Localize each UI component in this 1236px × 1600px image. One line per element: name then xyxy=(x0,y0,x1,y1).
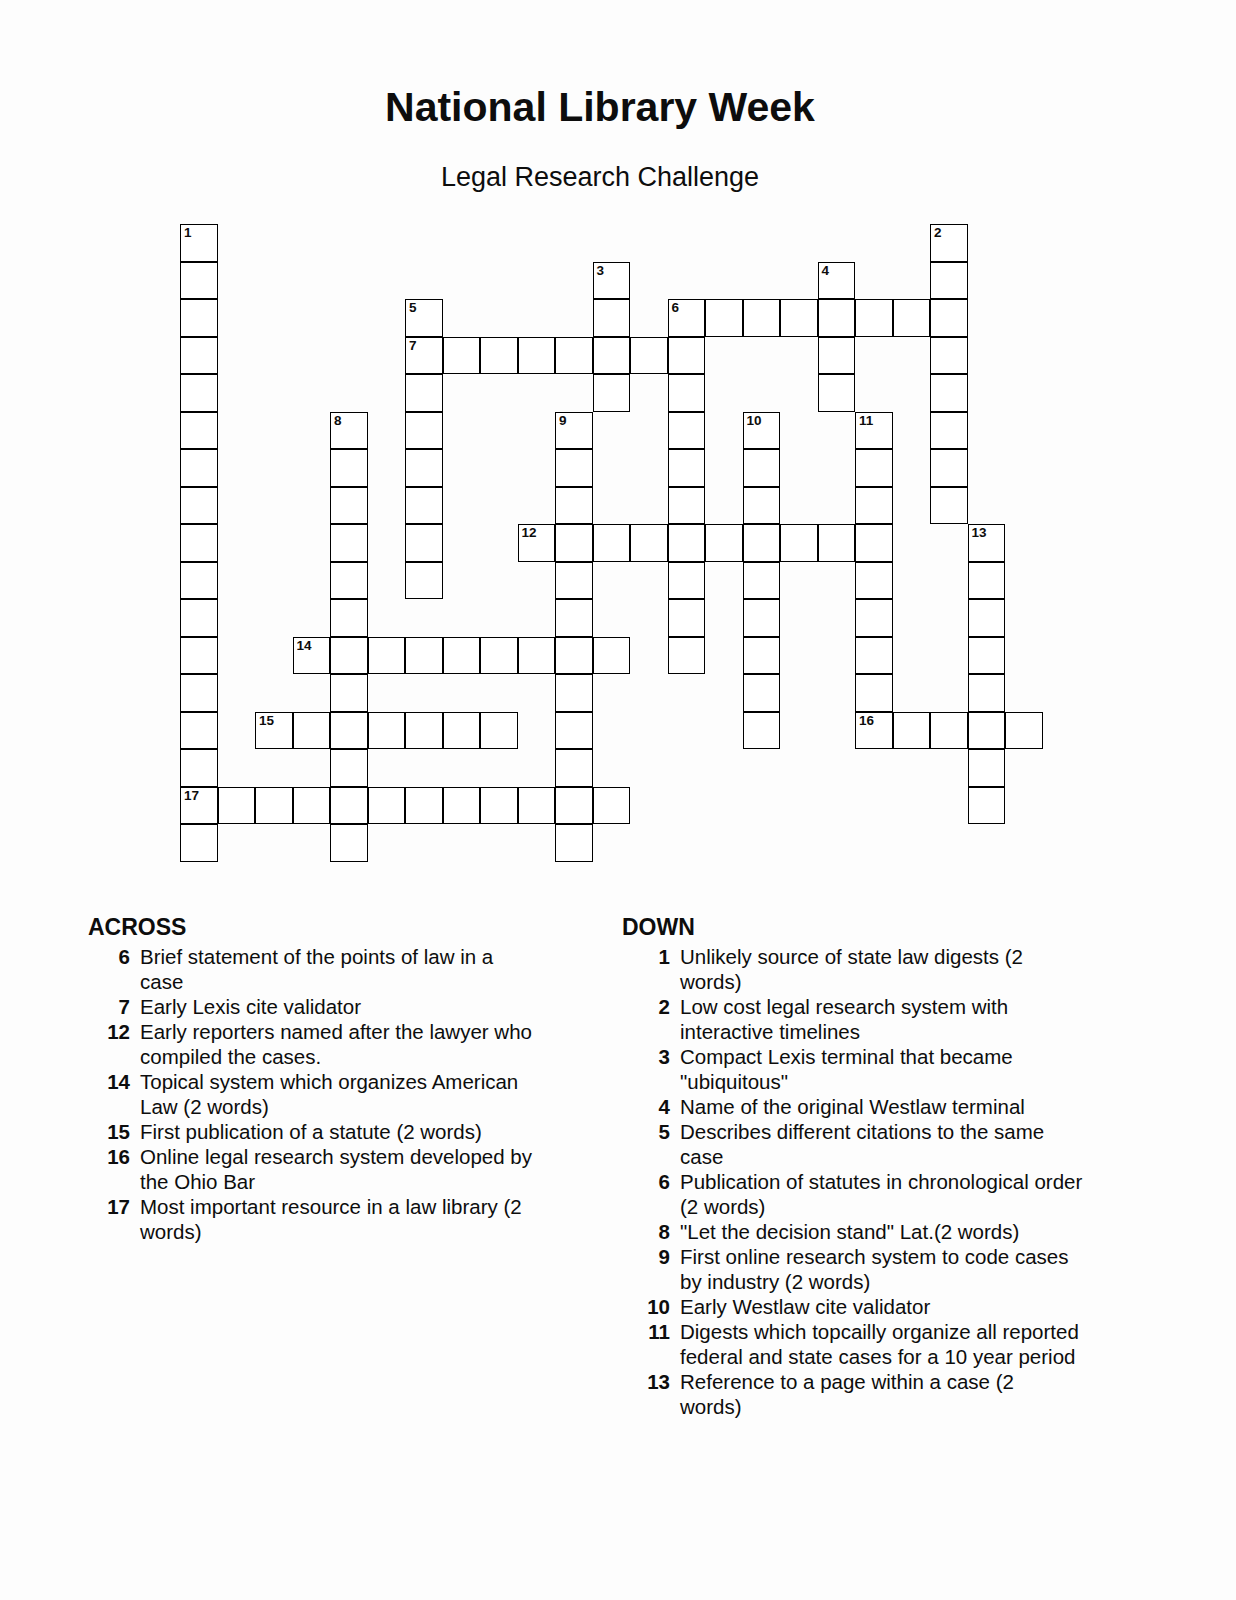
cell-number-5: 5 xyxy=(409,301,417,316)
down-clue-number-2: 2 xyxy=(622,994,670,1044)
grid-cell-r5c18[interactable]: 11 xyxy=(855,412,893,450)
cell-number-10: 10 xyxy=(747,414,762,429)
grid-cell-r15c7[interactable] xyxy=(443,787,481,825)
across-clue-16: 16Online legal research system developed… xyxy=(88,1144,608,1194)
down-clue-number-3: 3 xyxy=(622,1044,670,1094)
grid-cell-r8c16[interactable] xyxy=(780,524,818,562)
down-clue-text-9: First online research system to code cas… xyxy=(670,1244,1069,1294)
grid-cell-r10c10[interactable] xyxy=(555,599,593,637)
grid-cell-r4c0[interactable] xyxy=(180,374,218,412)
down-clue-text-1: Unlikely source of state law digests (2 … xyxy=(670,944,1023,994)
grid-cell-r11c4[interactable] xyxy=(330,637,368,675)
grid-cell-r5c10[interactable]: 9 xyxy=(555,412,593,450)
across-clue-text-15: First publication of a statute (2 words) xyxy=(130,1119,482,1144)
grid-cell-r13c4[interactable] xyxy=(330,712,368,750)
down-clue-9: 9First online research system to code ca… xyxy=(622,1244,1182,1294)
cell-number-16: 16 xyxy=(859,714,874,729)
down-clue-11: 11Digests which topcailly organize all r… xyxy=(622,1319,1182,1369)
cell-number-2: 2 xyxy=(934,226,942,241)
grid-cell-r2c11[interactable] xyxy=(593,299,631,337)
across-clue-number-12: 12 xyxy=(88,1019,130,1069)
grid-cell-r11c7[interactable] xyxy=(443,637,481,675)
grid-cell-r13c10[interactable] xyxy=(555,712,593,750)
grid-cell-r5c15[interactable]: 10 xyxy=(743,412,781,450)
grid-cell-r15c8[interactable] xyxy=(480,787,518,825)
grid-cell-r15c1[interactable] xyxy=(218,787,256,825)
grid-cell-r13c3[interactable] xyxy=(293,712,331,750)
grid-cell-r5c20[interactable] xyxy=(930,412,968,450)
grid-cell-r16c4[interactable] xyxy=(330,824,368,862)
across-header: ACROSS xyxy=(88,915,608,940)
grid-cell-r9c13[interactable] xyxy=(668,562,706,600)
grid-cell-r9c10[interactable] xyxy=(555,562,593,600)
across-clue-17: 17Most important resource in a law libra… xyxy=(88,1194,608,1244)
grid-cell-r3c17[interactable] xyxy=(818,337,856,375)
grid-cell-r3c8[interactable] xyxy=(480,337,518,375)
cell-number-12: 12 xyxy=(522,526,537,541)
cell-number-9: 9 xyxy=(559,414,567,429)
cell-number-8: 8 xyxy=(334,414,342,429)
down-clue-13: 13Reference to a page within a case (2 w… xyxy=(622,1369,1182,1419)
grid-cell-r9c18[interactable] xyxy=(855,562,893,600)
grid-cell-r4c6[interactable] xyxy=(405,374,443,412)
grid-cell-r5c0[interactable] xyxy=(180,412,218,450)
grid-cell-r11c11[interactable] xyxy=(593,637,631,675)
grid-cell-r8c15[interactable] xyxy=(743,524,781,562)
grid-cell-r6c18[interactable] xyxy=(855,449,893,487)
down-clue-number-6: 6 xyxy=(622,1169,670,1219)
grid-cell-r8c12[interactable] xyxy=(630,524,668,562)
cell-number-11: 11 xyxy=(859,414,873,429)
grid-cell-r13c6[interactable] xyxy=(405,712,443,750)
grid-cell-r3c0[interactable] xyxy=(180,337,218,375)
grid-cell-r2c19[interactable] xyxy=(893,299,931,337)
grid-cell-r3c10[interactable] xyxy=(555,337,593,375)
grid-cell-r6c20[interactable] xyxy=(930,449,968,487)
grid-cell-r6c0[interactable] xyxy=(180,449,218,487)
grid-cell-r16c0[interactable] xyxy=(180,824,218,862)
grid-cell-r8c21[interactable]: 13 xyxy=(968,524,1006,562)
grid-cell-r7c4[interactable] xyxy=(330,487,368,525)
grid-cell-r0c20[interactable]: 2 xyxy=(930,224,968,262)
grid-cell-r2c16[interactable] xyxy=(780,299,818,337)
grid-cell-r8c10[interactable] xyxy=(555,524,593,562)
grid-cell-r7c13[interactable] xyxy=(668,487,706,525)
grid-cell-r1c20[interactable] xyxy=(930,262,968,300)
grid-cell-r8c9[interactable]: 12 xyxy=(518,524,556,562)
across-clue-text-14: Topical system which organizes American … xyxy=(130,1069,518,1119)
grid-cell-r10c18[interactable] xyxy=(855,599,893,637)
grid-cell-r14c0[interactable] xyxy=(180,749,218,787)
grid-cell-r3c7[interactable] xyxy=(443,337,481,375)
across-clues-section: ACROSS 6Brief statement of the points of… xyxy=(88,915,608,1244)
grid-cell-r2c15[interactable] xyxy=(743,299,781,337)
grid-cell-r14c4[interactable] xyxy=(330,749,368,787)
grid-cell-r9c6[interactable] xyxy=(405,562,443,600)
grid-cell-r11c21[interactable] xyxy=(968,637,1006,675)
grid-cell-r12c4[interactable] xyxy=(330,674,368,712)
grid-cell-r13c15[interactable] xyxy=(743,712,781,750)
grid-cell-r3c12[interactable] xyxy=(630,337,668,375)
grid-cell-r10c13[interactable] xyxy=(668,599,706,637)
grid-cell-r13c5[interactable] xyxy=(368,712,406,750)
grid-cell-r8c14[interactable] xyxy=(705,524,743,562)
page-title: National Library Week xyxy=(0,84,1200,131)
grid-cell-r13c7[interactable] xyxy=(443,712,481,750)
across-clue-6: 6Brief statement of the points of law in… xyxy=(88,944,608,994)
grid-cell-r6c10[interactable] xyxy=(555,449,593,487)
down-clue-4: 4Name of the original Westlaw terminal xyxy=(622,1094,1182,1119)
grid-cell-r14c10[interactable] xyxy=(555,749,593,787)
down-clue-3: 3Compact Lexis terminal that became "ubi… xyxy=(622,1044,1182,1094)
grid-cell-r6c6[interactable] xyxy=(405,449,443,487)
across-clue-number-15: 15 xyxy=(88,1119,130,1144)
down-clues-section: DOWN 1Unlikely source of state law diges… xyxy=(622,915,1182,1419)
grid-cell-r3c6[interactable]: 7 xyxy=(405,337,443,375)
across-clue-number-14: 14 xyxy=(88,1069,130,1119)
grid-cell-r10c0[interactable] xyxy=(180,599,218,637)
grid-cell-r4c13[interactable] xyxy=(668,374,706,412)
grid-cell-r15c9[interactable] xyxy=(518,787,556,825)
cell-number-1: 1 xyxy=(184,226,192,241)
down-clue-2: 2Low cost legal research system with int… xyxy=(622,994,1182,1044)
down-clue-list: 1Unlikely source of state law digests (2… xyxy=(622,944,1182,1419)
down-clue-number-13: 13 xyxy=(622,1369,670,1419)
down-clue-text-11: Digests which topcailly organize all rep… xyxy=(670,1319,1079,1369)
down-clue-text-5: Describes different citations to the sam… xyxy=(670,1119,1044,1169)
grid-cell-r9c4[interactable] xyxy=(330,562,368,600)
grid-cell-r13c20[interactable] xyxy=(930,712,968,750)
grid-cell-r1c11[interactable]: 3 xyxy=(593,262,631,300)
grid-cell-r13c21[interactable] xyxy=(968,712,1006,750)
down-clue-number-8: 8 xyxy=(622,1219,670,1244)
cell-number-13: 13 xyxy=(972,526,987,541)
grid-cell-r6c13[interactable] xyxy=(668,449,706,487)
puzzle-page: National Library Week Legal Research Cha… xyxy=(0,0,1236,1600)
down-clue-6: 6Publication of statutes in chronologica… xyxy=(622,1169,1182,1219)
grid-cell-r8c4[interactable] xyxy=(330,524,368,562)
grid-cell-r10c21[interactable] xyxy=(968,599,1006,637)
cell-number-3: 3 xyxy=(597,264,605,279)
down-clue-8: 8"Let the decision stand" Lat.(2 words) xyxy=(622,1219,1182,1244)
grid-cell-r6c4[interactable] xyxy=(330,449,368,487)
grid-cell-r8c6[interactable] xyxy=(405,524,443,562)
grid-cell-r11c5[interactable] xyxy=(368,637,406,675)
grid-cell-r15c6[interactable] xyxy=(405,787,443,825)
grid-cell-r7c18[interactable] xyxy=(855,487,893,525)
grid-cell-r7c10[interactable] xyxy=(555,487,593,525)
across-clue-text-12: Early reporters named after the lawyer w… xyxy=(130,1019,532,1069)
grid-cell-r9c21[interactable] xyxy=(968,562,1006,600)
grid-cell-r9c15[interactable] xyxy=(743,562,781,600)
grid-cell-r14c21[interactable] xyxy=(968,749,1006,787)
down-clue-text-8: "Let the decision stand" Lat.(2 words) xyxy=(670,1219,1019,1244)
down-clue-number-9: 9 xyxy=(622,1244,670,1294)
grid-cell-r11c9[interactable] xyxy=(518,637,556,675)
grid-cell-r15c3[interactable] xyxy=(293,787,331,825)
grid-cell-r2c0[interactable] xyxy=(180,299,218,337)
grid-cell-r8c11[interactable] xyxy=(593,524,631,562)
grid-cell-r4c20[interactable] xyxy=(930,374,968,412)
grid-cell-r10c15[interactable] xyxy=(743,599,781,637)
grid-cell-r11c8[interactable] xyxy=(480,637,518,675)
down-clue-text-10: Early Westlaw cite validator xyxy=(670,1294,930,1319)
page-subtitle: Legal Research Challenge xyxy=(0,162,1200,193)
grid-cell-r12c10[interactable] xyxy=(555,674,593,712)
grid-cell-r11c18[interactable] xyxy=(855,637,893,675)
grid-cell-r3c13[interactable] xyxy=(668,337,706,375)
grid-cell-r13c19[interactable] xyxy=(893,712,931,750)
down-clue-number-10: 10 xyxy=(622,1294,670,1319)
grid-cell-r7c20[interactable] xyxy=(930,487,968,525)
grid-cell-r5c13[interactable] xyxy=(668,412,706,450)
down-clue-text-2: Low cost legal research system with inte… xyxy=(670,994,1008,1044)
cell-number-17: 17 xyxy=(184,789,199,804)
down-clue-number-4: 4 xyxy=(622,1094,670,1119)
grid-cell-r13c22[interactable] xyxy=(1005,712,1043,750)
grid-cell-r3c11[interactable] xyxy=(593,337,631,375)
grid-cell-r11c10[interactable] xyxy=(555,637,593,675)
down-clue-1: 1Unlikely source of state law digests (2… xyxy=(622,944,1182,994)
grid-cell-r11c3[interactable]: 14 xyxy=(293,637,331,675)
grid-cell-r3c20[interactable] xyxy=(930,337,968,375)
down-clue-5: 5Describes different citations to the sa… xyxy=(622,1119,1182,1169)
grid-cell-r2c18[interactable] xyxy=(855,299,893,337)
down-clue-text-13: Reference to a page within a case (2 wor… xyxy=(670,1369,1014,1419)
across-clue-7: 7Early Lexis cite validator xyxy=(88,994,608,1019)
cell-number-15: 15 xyxy=(259,714,274,729)
grid-cell-r8c17[interactable] xyxy=(818,524,856,562)
grid-cell-r8c13[interactable] xyxy=(668,524,706,562)
grid-cell-r1c0[interactable] xyxy=(180,262,218,300)
crossword-grid: 1234567891011121314151617 xyxy=(180,224,1043,862)
down-clue-10: 10Early Westlaw cite validator xyxy=(622,1294,1182,1319)
grid-cell-r16c10[interactable] xyxy=(555,824,593,862)
grid-cell-r15c4[interactable] xyxy=(330,787,368,825)
grid-cell-r5c4[interactable]: 8 xyxy=(330,412,368,450)
grid-cell-r1c17[interactable]: 4 xyxy=(818,262,856,300)
cell-number-7: 7 xyxy=(409,339,417,354)
grid-cell-r4c11[interactable] xyxy=(593,374,631,412)
grid-cell-r15c10[interactable] xyxy=(555,787,593,825)
grid-cell-r7c15[interactable] xyxy=(743,487,781,525)
grid-cell-r13c18[interactable]: 16 xyxy=(855,712,893,750)
grid-cell-r15c11[interactable] xyxy=(593,787,631,825)
down-clue-text-4: Name of the original Westlaw terminal xyxy=(670,1094,1025,1119)
across-clue-text-6: Brief statement of the points of law in … xyxy=(130,944,493,994)
grid-cell-r13c2[interactable]: 15 xyxy=(255,712,293,750)
across-clue-number-17: 17 xyxy=(88,1194,130,1244)
grid-cell-r12c18[interactable] xyxy=(855,674,893,712)
grid-cell-r11c13[interactable] xyxy=(668,637,706,675)
grid-cell-r0c0[interactable]: 1 xyxy=(180,224,218,262)
across-clue-12: 12Early reporters named after the lawyer… xyxy=(88,1019,608,1069)
grid-cell-r4c17[interactable] xyxy=(818,374,856,412)
grid-cell-r5c6[interactable] xyxy=(405,412,443,450)
grid-cell-r2c13[interactable]: 6 xyxy=(668,299,706,337)
grid-cell-r15c21[interactable] xyxy=(968,787,1006,825)
grid-cell-r15c2[interactable] xyxy=(255,787,293,825)
cell-number-4: 4 xyxy=(822,264,830,279)
grid-cell-r11c6[interactable] xyxy=(405,637,443,675)
grid-cell-r3c9[interactable] xyxy=(518,337,556,375)
grid-cell-r12c21[interactable] xyxy=(968,674,1006,712)
across-clue-number-6: 6 xyxy=(88,944,130,994)
grid-cell-r12c15[interactable] xyxy=(743,674,781,712)
grid-cell-r8c18[interactable] xyxy=(855,524,893,562)
grid-cell-r8c0[interactable] xyxy=(180,524,218,562)
down-header: DOWN xyxy=(622,915,1182,940)
across-clue-text-16: Online legal research system developed b… xyxy=(130,1144,532,1194)
grid-cell-r2c6[interactable]: 5 xyxy=(405,299,443,337)
across-clue-number-7: 7 xyxy=(88,994,130,1019)
grid-cell-r15c0[interactable]: 17 xyxy=(180,787,218,825)
grid-cell-r7c6[interactable] xyxy=(405,487,443,525)
down-clue-number-5: 5 xyxy=(622,1119,670,1169)
grid-cell-r11c0[interactable] xyxy=(180,637,218,675)
down-clue-number-1: 1 xyxy=(622,944,670,994)
across-clue-15: 15First publication of a statute (2 word… xyxy=(88,1119,608,1144)
across-clue-text-7: Early Lexis cite validator xyxy=(130,994,361,1019)
grid-cell-r9c0[interactable] xyxy=(180,562,218,600)
across-clue-14: 14Topical system which organizes America… xyxy=(88,1069,608,1119)
grid-cell-r10c4[interactable] xyxy=(330,599,368,637)
grid-cell-r2c14[interactable] xyxy=(705,299,743,337)
across-clue-text-17: Most important resource in a law library… xyxy=(130,1194,522,1244)
cell-number-14: 14 xyxy=(297,639,312,654)
down-clue-text-3: Compact Lexis terminal that became "ubiq… xyxy=(670,1044,1013,1094)
down-clue-number-11: 11 xyxy=(622,1319,670,1369)
grid-cell-r2c20[interactable] xyxy=(930,299,968,337)
grid-cell-r7c0[interactable] xyxy=(180,487,218,525)
across-clue-list: 6Brief statement of the points of law in… xyxy=(88,944,608,1244)
grid-cell-r13c8[interactable] xyxy=(480,712,518,750)
grid-cell-r11c15[interactable] xyxy=(743,637,781,675)
across-clue-number-16: 16 xyxy=(88,1144,130,1194)
grid-cell-r12c0[interactable] xyxy=(180,674,218,712)
grid-cell-r2c17[interactable] xyxy=(818,299,856,337)
cell-number-6: 6 xyxy=(672,301,680,316)
grid-cell-r13c0[interactable] xyxy=(180,712,218,750)
grid-cell-r15c5[interactable] xyxy=(368,787,406,825)
grid-cell-r6c15[interactable] xyxy=(743,449,781,487)
down-clue-text-6: Publication of statutes in chronological… xyxy=(670,1169,1082,1219)
